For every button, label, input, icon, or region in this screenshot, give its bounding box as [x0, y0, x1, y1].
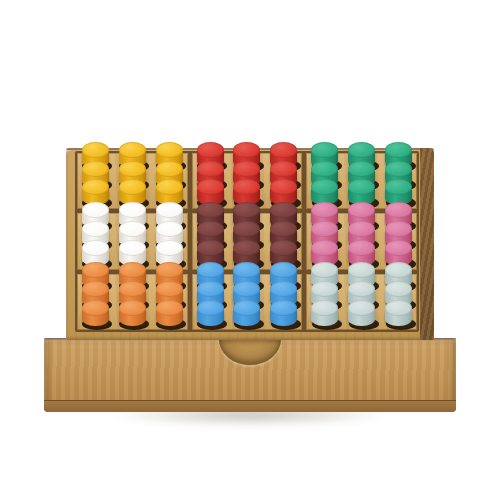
peg-top-face [197, 202, 224, 218]
peg-top-face [197, 240, 224, 256]
peg-cell [343, 311, 380, 330]
peg-top-face [270, 281, 297, 297]
peg-top-face [385, 142, 412, 158]
peg-top-face [233, 161, 260, 177]
peg-top-face [156, 161, 183, 177]
peg-top-face [156, 142, 183, 158]
peg-top-face [311, 262, 338, 278]
box-tile-center [192, 213, 303, 269]
peg-top-face [348, 202, 375, 218]
box-tile-bottom-middle [192, 274, 303, 330]
peg-top-face [156, 179, 183, 195]
peg-top-face [311, 281, 338, 297]
peg-top-face [197, 300, 224, 316]
peg-cell [306, 311, 343, 330]
peg-top-face [119, 240, 146, 256]
box-tile-top-left [77, 153, 188, 209]
peg-top-face [197, 221, 224, 237]
peg-top-face [119, 221, 146, 237]
peg-top-face [197, 161, 224, 177]
peg-top-face [119, 161, 146, 177]
peg-top-face [156, 221, 183, 237]
peg-top-face [311, 161, 338, 177]
product-photo [0, 0, 500, 500]
peg-top-face [348, 142, 375, 158]
peg-top-face [197, 281, 224, 297]
peg-top-face [348, 262, 375, 278]
peg-pale-blue-gray[interactable] [348, 300, 375, 326]
peg-top-face [270, 202, 297, 218]
peg-top-face [385, 281, 412, 297]
board-rim-right [420, 148, 434, 340]
peg-top-face [348, 179, 375, 195]
peg-top-face [348, 240, 375, 256]
peg-top-face [233, 300, 260, 316]
peg-top-face [385, 161, 412, 177]
peg-orange[interactable] [82, 300, 109, 326]
peg-top-face [156, 262, 183, 278]
peg-top-face [82, 240, 109, 256]
peg-cell [192, 311, 229, 330]
peg-top-face [348, 161, 375, 177]
box-tile-bottom-right [306, 274, 417, 330]
peg-top-face [311, 179, 338, 195]
peg-top-face [270, 262, 297, 278]
peg-top-face [270, 221, 297, 237]
peg-top-face [82, 161, 109, 177]
peg-top-face [270, 240, 297, 256]
peg-top-face [82, 300, 109, 316]
peg-top-face [119, 281, 146, 297]
peg-cell [380, 311, 417, 330]
peg-top-face [82, 142, 109, 158]
peg-top-face [348, 300, 375, 316]
peg-blue[interactable] [233, 300, 260, 326]
peg-cell [114, 311, 151, 330]
peg-top-face [311, 202, 338, 218]
peg-top-face [156, 240, 183, 256]
peg-top-face [311, 240, 338, 256]
peg-top-face [348, 281, 375, 297]
peg-top-face [270, 179, 297, 195]
peg-top-face [385, 221, 412, 237]
box-tile-bottom-left [77, 274, 188, 330]
peg-pale-blue-gray[interactable] [385, 300, 412, 326]
peg-top-face [197, 142, 224, 158]
peg-top-face [311, 221, 338, 237]
peg-top-face [82, 202, 109, 218]
peg-top-face [233, 221, 260, 237]
board-top [66, 148, 434, 340]
peg-top-face [385, 262, 412, 278]
peg-top-face [119, 179, 146, 195]
peg-top-face [119, 300, 146, 316]
peg-top-face [348, 221, 375, 237]
peg-top-face [270, 300, 297, 316]
peg-top-face [197, 179, 224, 195]
peg-top-face [156, 300, 183, 316]
peg-top-face [385, 240, 412, 256]
peg-top-face [197, 262, 224, 278]
peg-orange[interactable] [119, 300, 146, 326]
peg-top-face [156, 202, 183, 218]
peg-orange[interactable] [156, 300, 183, 326]
peg-top-face [156, 281, 183, 297]
peg-top-face [311, 142, 338, 158]
peg-top-face [119, 262, 146, 278]
peg-top-face [233, 262, 260, 278]
drawer-notch-handle[interactable] [219, 338, 281, 365]
peg-top-face [82, 179, 109, 195]
peg-cell [265, 311, 302, 330]
peg-cell [229, 311, 266, 330]
peg-cell [77, 311, 114, 330]
peg-top-face [311, 300, 338, 316]
peg-top-face [82, 221, 109, 237]
box-tile-top-middle [192, 153, 303, 209]
box-tile-top-right [306, 153, 417, 209]
peg-top-face [233, 240, 260, 256]
peg-top-face [233, 142, 260, 158]
board-grid [75, 151, 419, 332]
peg-top-face [385, 179, 412, 195]
peg-top-face [119, 142, 146, 158]
peg-top-face [270, 161, 297, 177]
box-tile-middle-left [77, 213, 188, 269]
peg-top-face [82, 281, 109, 297]
peg-top-face [233, 179, 260, 195]
peg-blue[interactable] [270, 300, 297, 326]
peg-top-face [385, 202, 412, 218]
peg-top-face [119, 202, 146, 218]
peg-top-face [270, 142, 297, 158]
box-tile-middle-right [306, 213, 417, 269]
peg-top-face [233, 202, 260, 218]
peg-top-face [82, 262, 109, 278]
peg-cell [151, 311, 188, 330]
peg-blue[interactable] [197, 300, 224, 326]
peg-top-face [233, 281, 260, 297]
peg-pale-blue-gray[interactable] [311, 300, 338, 326]
sudoku-box [44, 148, 456, 412]
peg-top-face [385, 300, 412, 316]
drawer-front[interactable] [44, 338, 456, 412]
